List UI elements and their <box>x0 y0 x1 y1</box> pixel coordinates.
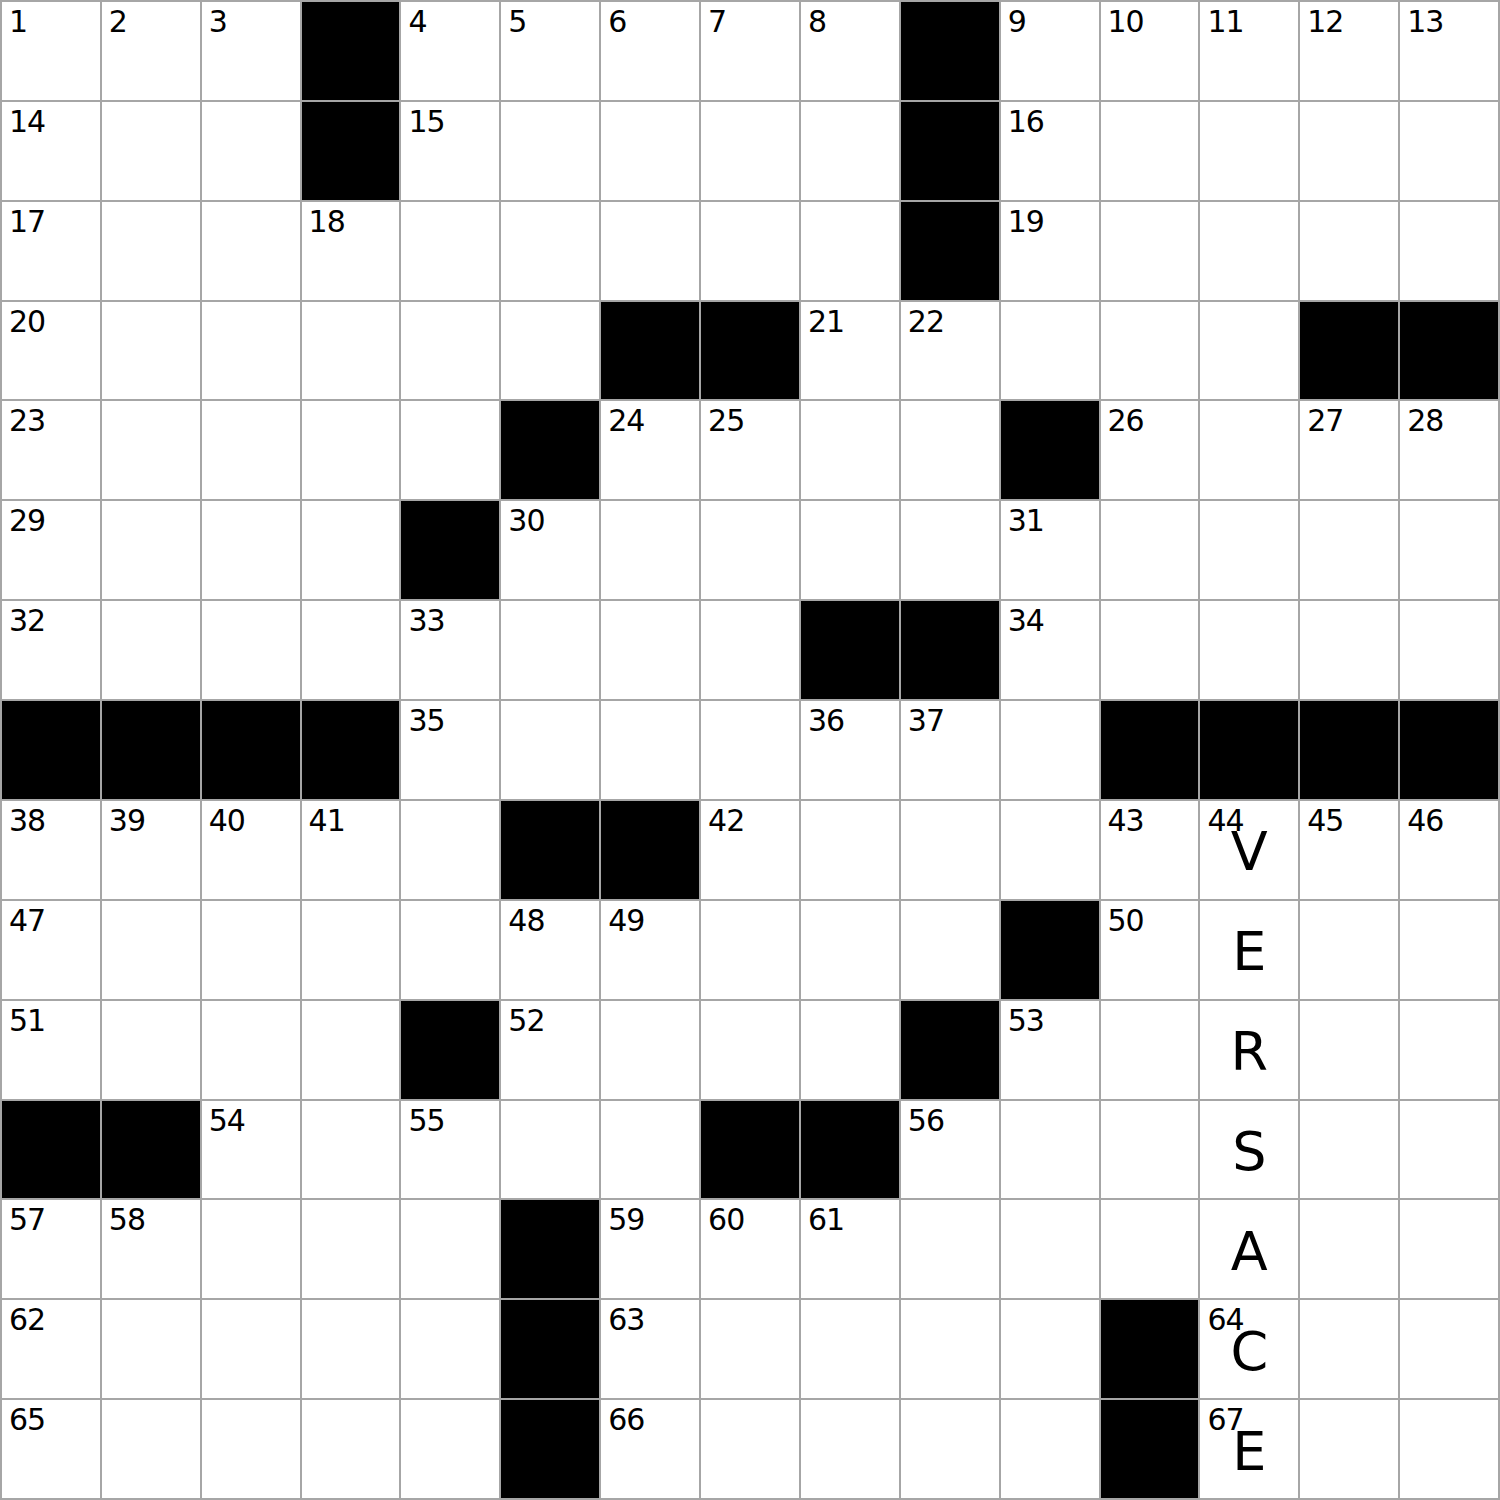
cell-r14c4[interactable] <box>401 1400 499 1498</box>
clue-number-12: 12 <box>1307 5 1343 38</box>
clue-number-56: 56 <box>908 1104 944 1137</box>
cell-r0c7[interactable]: 7 <box>701 2 799 100</box>
cell-r12c2[interactable] <box>202 1200 300 1298</box>
cell-r5c0[interactable]: 29 <box>2 501 100 599</box>
cell-r1c0[interactable]: 14 <box>2 102 100 200</box>
black-cell-r11c0 <box>2 1101 100 1199</box>
black-cell-r11c8 <box>801 1101 899 1199</box>
cell-r0c13[interactable]: 12 <box>1300 2 1398 100</box>
black-cell-r3c7 <box>701 302 799 400</box>
cell-r2c5[interactable] <box>501 202 599 300</box>
cell-r13c12[interactable]: 64C <box>1200 1300 1298 1398</box>
cell-r8c2[interactable]: 40 <box>202 801 300 899</box>
cell-r6c11[interactable] <box>1101 601 1199 699</box>
clue-number-40: 40 <box>209 804 245 837</box>
cell-r0c0[interactable]: 1 <box>2 2 100 100</box>
cell-r14c2[interactable] <box>202 1400 300 1498</box>
cell-r1c4[interactable]: 15 <box>401 102 499 200</box>
black-cell-r8c5 <box>501 801 599 899</box>
cell-r7c8[interactable]: 36 <box>801 701 899 799</box>
clue-number-38: 38 <box>9 804 45 837</box>
clue-number-31: 31 <box>1008 504 1044 537</box>
black-cell-r4c5 <box>501 401 599 499</box>
cell-r6c12[interactable] <box>1200 601 1298 699</box>
cell-r4c1[interactable] <box>102 401 200 499</box>
cell-r4c11[interactable]: 26 <box>1101 401 1199 499</box>
cell-r12c9[interactable] <box>901 1200 999 1298</box>
black-cell-r7c1 <box>102 701 200 799</box>
cell-r14c1[interactable] <box>102 1400 200 1498</box>
cell-r8c4[interactable] <box>401 801 499 899</box>
clue-number-4: 4 <box>408 5 426 38</box>
cell-r12c12[interactable]: A <box>1200 1200 1298 1298</box>
clue-number-9: 9 <box>1008 5 1026 38</box>
cell-r9c0[interactable]: 47 <box>2 901 100 999</box>
cell-r11c14[interactable] <box>1400 1101 1498 1199</box>
cell-r5c7[interactable] <box>701 501 799 599</box>
cell-r5c13[interactable] <box>1300 501 1398 599</box>
cell-r11c9[interactable]: 56 <box>901 1101 999 1199</box>
cell-r4c14[interactable]: 28 <box>1400 401 1498 499</box>
clue-number-5: 5 <box>508 5 526 38</box>
clue-number-33: 33 <box>408 604 444 637</box>
clue-number-15: 15 <box>408 105 444 138</box>
cell-r3c11[interactable] <box>1101 302 1199 400</box>
cell-r3c10[interactable] <box>1001 302 1099 400</box>
cell-r9c13[interactable] <box>1300 901 1398 999</box>
cell-r13c13[interactable] <box>1300 1300 1398 1398</box>
cell-r3c1[interactable] <box>102 302 200 400</box>
black-cell-r7c2 <box>202 701 300 799</box>
black-cell-r10c4 <box>401 1001 499 1099</box>
cell-r6c13[interactable] <box>1300 601 1398 699</box>
clue-number-13: 13 <box>1407 5 1443 38</box>
cell-r10c10[interactable]: 53 <box>1001 1001 1099 1099</box>
black-cell-r0c9 <box>901 2 999 100</box>
black-cell-r7c0 <box>2 701 100 799</box>
cell-r5c10[interactable]: 31 <box>1001 501 1099 599</box>
black-cell-r14c11 <box>1101 1400 1199 1498</box>
black-cell-r7c12 <box>1200 701 1298 799</box>
cell-r5c11[interactable] <box>1101 501 1199 599</box>
cell-r14c13[interactable] <box>1300 1400 1398 1498</box>
cell-r12c8[interactable]: 61 <box>801 1200 899 1298</box>
black-cell-r10c9 <box>901 1001 999 1099</box>
cell-r1c12[interactable] <box>1200 102 1298 200</box>
cell-r6c5[interactable] <box>501 601 599 699</box>
clue-number-42: 42 <box>708 804 744 837</box>
cell-r0c6[interactable]: 6 <box>601 2 699 100</box>
black-cell-r11c1 <box>102 1101 200 1199</box>
clue-number-61: 61 <box>808 1203 844 1236</box>
cell-r3c0[interactable]: 20 <box>2 302 100 400</box>
cell-r1c10[interactable]: 16 <box>1001 102 1099 200</box>
black-cell-r4c10 <box>1001 401 1099 499</box>
cell-r4c2[interactable] <box>202 401 300 499</box>
cell-r6c14[interactable] <box>1400 601 1498 699</box>
cell-letter: C <box>1230 1320 1268 1383</box>
cell-r11c3[interactable] <box>302 1101 400 1199</box>
clue-number-63: 63 <box>608 1303 644 1336</box>
cell-r10c12[interactable]: R <box>1200 1001 1298 1099</box>
cell-r6c2[interactable] <box>202 601 300 699</box>
clue-number-54: 54 <box>209 1104 245 1137</box>
cell-r8c13[interactable]: 45 <box>1300 801 1398 899</box>
cell-r12c3[interactable] <box>302 1200 400 1298</box>
cell-letter: E <box>1232 1420 1266 1483</box>
cell-r11c2[interactable]: 54 <box>202 1101 300 1199</box>
cell-r5c2[interactable] <box>202 501 300 599</box>
clue-number-62: 62 <box>9 1303 45 1336</box>
black-cell-r6c9 <box>901 601 999 699</box>
cell-r6c1[interactable] <box>102 601 200 699</box>
clue-number-26: 26 <box>1108 404 1144 437</box>
clue-number-20: 20 <box>9 305 45 338</box>
cell-r1c13[interactable] <box>1300 102 1398 200</box>
cell-r10c6[interactable] <box>601 1001 699 1099</box>
cell-r11c4[interactable]: 55 <box>401 1101 499 1199</box>
cell-r8c14[interactable]: 46 <box>1400 801 1498 899</box>
black-cell-r0c3 <box>302 2 400 100</box>
cell-r3c2[interactable] <box>202 302 300 400</box>
cell-r7c7[interactable] <box>701 701 799 799</box>
cell-r10c14[interactable] <box>1400 1001 1498 1099</box>
cell-r4c8[interactable] <box>801 401 899 499</box>
cell-r4c9[interactable] <box>901 401 999 499</box>
cell-r2c12[interactable] <box>1200 202 1298 300</box>
cell-r6c7[interactable] <box>701 601 799 699</box>
clue-number-58: 58 <box>109 1203 145 1236</box>
clue-number-19: 19 <box>1008 205 1044 238</box>
cell-r13c1[interactable] <box>102 1300 200 1398</box>
cell-r1c8[interactable] <box>801 102 899 200</box>
cell-r9c14[interactable] <box>1400 901 1498 999</box>
clue-number-18: 18 <box>309 205 345 238</box>
clue-number-39: 39 <box>109 804 145 837</box>
cell-r0c1[interactable]: 2 <box>102 2 200 100</box>
clue-number-24: 24 <box>608 404 644 437</box>
clue-number-29: 29 <box>9 504 45 537</box>
black-cell-r2c9 <box>901 202 999 300</box>
cell-r5c6[interactable] <box>601 501 699 599</box>
cell-r12c7[interactable]: 60 <box>701 1200 799 1298</box>
cell-r12c1[interactable]: 58 <box>102 1200 200 1298</box>
cell-r8c7[interactable]: 42 <box>701 801 799 899</box>
cell-r7c6[interactable] <box>601 701 699 799</box>
cell-r0c11[interactable]: 10 <box>1101 2 1199 100</box>
cell-r8c1[interactable]: 39 <box>102 801 200 899</box>
cell-r2c4[interactable] <box>401 202 499 300</box>
cell-r10c13[interactable] <box>1300 1001 1398 1099</box>
clue-number-46: 46 <box>1407 804 1443 837</box>
clue-number-36: 36 <box>808 704 844 737</box>
crossword-board: 1234567891011121314151617181920212223242… <box>0 0 1500 1500</box>
cell-r1c1[interactable] <box>102 102 200 200</box>
cell-r9c12[interactable]: E <box>1200 901 1298 999</box>
cell-r11c12[interactable]: S <box>1200 1101 1298 1199</box>
clue-number-55: 55 <box>408 1104 444 1137</box>
cell-r2c1[interactable] <box>102 202 200 300</box>
cell-r10c0[interactable]: 51 <box>2 1001 100 1099</box>
black-cell-r13c5 <box>501 1300 599 1398</box>
cell-r5c14[interactable] <box>1400 501 1498 599</box>
clue-number-16: 16 <box>1008 105 1044 138</box>
cell-r12c0[interactable]: 57 <box>2 1200 100 1298</box>
clue-number-45: 45 <box>1307 804 1343 837</box>
black-cell-r11c7 <box>701 1101 799 1199</box>
cell-r10c5[interactable]: 52 <box>501 1001 599 1099</box>
cell-r2c3[interactable]: 18 <box>302 202 400 300</box>
cell-r6c10[interactable]: 34 <box>1001 601 1099 699</box>
cell-r6c4[interactable]: 33 <box>401 601 499 699</box>
clue-number-8: 8 <box>808 5 826 38</box>
cell-r2c8[interactable] <box>801 202 899 300</box>
clue-number-2: 2 <box>109 5 127 38</box>
cell-r14c10[interactable] <box>1001 1400 1099 1498</box>
black-cell-r12c5 <box>501 1200 599 1298</box>
cell-r4c12[interactable] <box>1200 401 1298 499</box>
black-cell-r1c9 <box>901 102 999 200</box>
black-cell-r7c14 <box>1400 701 1498 799</box>
cell-r13c10[interactable] <box>1001 1300 1099 1398</box>
cell-letter: A <box>1231 1220 1268 1283</box>
cell-r5c1[interactable] <box>102 501 200 599</box>
cell-r5c9[interactable] <box>901 501 999 599</box>
cell-r10c3[interactable] <box>302 1001 400 1099</box>
cell-r14c12[interactable]: 67E <box>1200 1400 1298 1498</box>
cell-r8c12[interactable]: 44V <box>1200 801 1298 899</box>
clue-number-52: 52 <box>508 1004 544 1037</box>
clue-number-10: 10 <box>1108 5 1144 38</box>
cell-r13c14[interactable] <box>1400 1300 1498 1398</box>
cell-r6c3[interactable] <box>302 601 400 699</box>
cell-r14c6[interactable]: 66 <box>601 1400 699 1498</box>
cell-r6c0[interactable]: 32 <box>2 601 100 699</box>
clue-number-21: 21 <box>808 305 844 338</box>
cell-r4c4[interactable] <box>401 401 499 499</box>
cell-r13c9[interactable] <box>901 1300 999 1398</box>
cell-r7c9[interactable]: 37 <box>901 701 999 799</box>
cell-r14c9[interactable] <box>901 1400 999 1498</box>
cell-r9c9[interactable] <box>901 901 999 999</box>
cell-r3c4[interactable] <box>401 302 499 400</box>
cell-r9c11[interactable]: 50 <box>1101 901 1199 999</box>
cell-r14c7[interactable] <box>701 1400 799 1498</box>
clue-number-11: 11 <box>1207 5 1243 38</box>
cell-r13c0[interactable]: 62 <box>2 1300 100 1398</box>
black-cell-r13c11 <box>1101 1300 1199 1398</box>
cell-r9c6[interactable]: 49 <box>601 901 699 999</box>
clue-number-7: 7 <box>708 5 726 38</box>
cell-r13c6[interactable]: 63 <box>601 1300 699 1398</box>
cell-r7c10[interactable] <box>1001 701 1099 799</box>
cell-r13c8[interactable] <box>801 1300 899 1398</box>
cell-letter: R <box>1231 1020 1269 1083</box>
cell-r4c3[interactable] <box>302 401 400 499</box>
clue-number-1: 1 <box>9 5 27 38</box>
black-cell-r5c4 <box>401 501 499 599</box>
cell-r4c13[interactable]: 27 <box>1300 401 1398 499</box>
cell-r9c3[interactable] <box>302 901 400 999</box>
clue-number-48: 48 <box>508 904 544 937</box>
cell-r9c7[interactable] <box>701 901 799 999</box>
cell-r8c3[interactable]: 41 <box>302 801 400 899</box>
cell-r1c11[interactable] <box>1101 102 1199 200</box>
cell-r1c14[interactable] <box>1400 102 1498 200</box>
cell-r12c6[interactable]: 59 <box>601 1200 699 1298</box>
cell-r13c4[interactable] <box>401 1300 499 1398</box>
cell-r13c7[interactable] <box>701 1300 799 1398</box>
cell-r8c0[interactable]: 38 <box>2 801 100 899</box>
clue-number-66: 66 <box>608 1403 644 1436</box>
cell-r3c12[interactable] <box>1200 302 1298 400</box>
cell-r2c6[interactable] <box>601 202 699 300</box>
cell-r9c1[interactable] <box>102 901 200 999</box>
cell-r10c1[interactable] <box>102 1001 200 1099</box>
cell-r1c5[interactable] <box>501 102 599 200</box>
cell-r5c3[interactable] <box>302 501 400 599</box>
cell-r4c7[interactable]: 25 <box>701 401 799 499</box>
clue-number-59: 59 <box>608 1203 644 1236</box>
cell-r13c3[interactable] <box>302 1300 400 1398</box>
cell-r11c11[interactable] <box>1101 1101 1199 1199</box>
cell-r14c0[interactable]: 65 <box>2 1400 100 1498</box>
cell-r1c7[interactable] <box>701 102 799 200</box>
cell-r5c5[interactable]: 30 <box>501 501 599 599</box>
clue-number-47: 47 <box>9 904 45 937</box>
cell-r9c4[interactable] <box>401 901 499 999</box>
clue-number-3: 3 <box>209 5 227 38</box>
cell-r2c10[interactable]: 19 <box>1001 202 1099 300</box>
black-cell-r6c8 <box>801 601 899 699</box>
cell-r12c10[interactable] <box>1001 1200 1099 1298</box>
cell-r9c5[interactable]: 48 <box>501 901 599 999</box>
cell-r1c2[interactable] <box>202 102 300 200</box>
cell-r2c2[interactable] <box>202 202 300 300</box>
clue-number-22: 22 <box>908 305 944 338</box>
cell-r0c14[interactable]: 13 <box>1400 2 1498 100</box>
cell-r12c13[interactable] <box>1300 1200 1398 1298</box>
clue-number-27: 27 <box>1307 404 1343 437</box>
cell-r9c8[interactable] <box>801 901 899 999</box>
cell-r8c8[interactable] <box>801 801 899 899</box>
clue-number-37: 37 <box>908 704 944 737</box>
cell-r14c3[interactable] <box>302 1400 400 1498</box>
cell-letter: V <box>1231 820 1268 883</box>
black-cell-r3c13 <box>1300 302 1398 400</box>
cell-r7c5[interactable] <box>501 701 599 799</box>
cell-letter: E <box>1232 920 1266 983</box>
clue-number-53: 53 <box>1008 1004 1044 1037</box>
black-cell-r14c5 <box>501 1400 599 1498</box>
clue-number-23: 23 <box>9 404 45 437</box>
black-cell-r3c14 <box>1400 302 1498 400</box>
clue-number-30: 30 <box>508 504 544 537</box>
black-cell-r7c13 <box>1300 701 1398 799</box>
cell-r14c14[interactable] <box>1400 1400 1498 1498</box>
cell-r2c11[interactable] <box>1101 202 1199 300</box>
cell-r11c13[interactable] <box>1300 1101 1398 1199</box>
cell-r10c11[interactable] <box>1101 1001 1199 1099</box>
cell-r4c0[interactable]: 23 <box>2 401 100 499</box>
black-cell-r7c11 <box>1101 701 1199 799</box>
cell-r5c8[interactable] <box>801 501 899 599</box>
clue-number-34: 34 <box>1008 604 1044 637</box>
cell-r10c8[interactable] <box>801 1001 899 1099</box>
clue-number-43: 43 <box>1108 804 1144 837</box>
cell-r3c9[interactable]: 22 <box>901 302 999 400</box>
black-cell-r1c3 <box>302 102 400 200</box>
cell-r0c8[interactable]: 8 <box>801 2 899 100</box>
black-cell-r8c6 <box>601 801 699 899</box>
cell-r12c11[interactable] <box>1101 1200 1199 1298</box>
cell-r0c12[interactable]: 11 <box>1200 2 1298 100</box>
black-cell-r9c10 <box>1001 901 1099 999</box>
clue-number-51: 51 <box>9 1004 45 1037</box>
cell-r7c4[interactable]: 35 <box>401 701 499 799</box>
cell-r12c4[interactable] <box>401 1200 499 1298</box>
cell-r11c10[interactable] <box>1001 1101 1099 1199</box>
cell-r1c6[interactable] <box>601 102 699 200</box>
black-cell-r3c6 <box>601 302 699 400</box>
clue-number-57: 57 <box>9 1203 45 1236</box>
cell-r0c4[interactable]: 4 <box>401 2 499 100</box>
clue-number-32: 32 <box>9 604 45 637</box>
cell-r2c0[interactable]: 17 <box>2 202 100 300</box>
clue-number-35: 35 <box>408 704 444 737</box>
clue-number-49: 49 <box>608 904 644 937</box>
cell-r11c5[interactable] <box>501 1101 599 1199</box>
cell-r8c10[interactable] <box>1001 801 1099 899</box>
cell-r3c5[interactable] <box>501 302 599 400</box>
cell-r8c11[interactable]: 43 <box>1101 801 1199 899</box>
cell-r12c14[interactable] <box>1400 1200 1498 1298</box>
cell-r2c13[interactable] <box>1300 202 1398 300</box>
cell-r4c6[interactable]: 24 <box>601 401 699 499</box>
black-cell-r7c3 <box>302 701 400 799</box>
cell-r0c2[interactable]: 3 <box>202 2 300 100</box>
cell-letter: S <box>1232 1120 1266 1183</box>
clue-number-25: 25 <box>708 404 744 437</box>
clue-number-60: 60 <box>708 1203 744 1236</box>
cell-r0c5[interactable]: 5 <box>501 2 599 100</box>
clue-number-14: 14 <box>9 105 45 138</box>
cell-r13c2[interactable] <box>202 1300 300 1398</box>
clue-number-6: 6 <box>608 5 626 38</box>
cell-r3c3[interactable] <box>302 302 400 400</box>
clue-number-65: 65 <box>9 1403 45 1436</box>
cell-r6c6[interactable] <box>601 601 699 699</box>
cell-r5c12[interactable] <box>1200 501 1298 599</box>
cell-r8c9[interactable] <box>901 801 999 899</box>
cell-r3c8[interactable]: 21 <box>801 302 899 400</box>
cell-r2c7[interactable] <box>701 202 799 300</box>
cell-r10c2[interactable] <box>202 1001 300 1099</box>
clue-number-50: 50 <box>1108 904 1144 937</box>
clue-number-28: 28 <box>1407 404 1443 437</box>
cell-r11c6[interactable] <box>601 1101 699 1199</box>
cell-r10c7[interactable] <box>701 1001 799 1099</box>
cell-r0c10[interactable]: 9 <box>1001 2 1099 100</box>
clue-number-17: 17 <box>9 205 45 238</box>
clue-number-41: 41 <box>309 804 345 837</box>
cell-r14c8[interactable] <box>801 1400 899 1498</box>
cell-r2c14[interactable] <box>1400 202 1498 300</box>
cell-r9c2[interactable] <box>202 901 300 999</box>
